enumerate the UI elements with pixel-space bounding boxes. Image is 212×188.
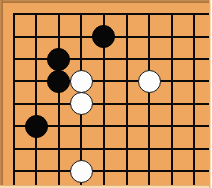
grid-line-vertical — [171, 13, 173, 188]
go-diagram — [0, 0, 211, 188]
grid-line-vertical — [148, 13, 150, 188]
board-frame-top-edge — [0, 0, 211, 3]
black-stone — [47, 70, 70, 93]
white-stone — [70, 92, 93, 115]
black-stone — [25, 115, 48, 138]
grid-line-horizontal — [13, 58, 212, 60]
white-stone — [70, 160, 93, 183]
grid-line-horizontal — [13, 13, 212, 15]
diagram-crop-bottom-edge — [0, 185, 211, 188]
grid-line-horizontal — [13, 103, 212, 105]
grid-line-vertical — [193, 13, 195, 188]
grid-line-horizontal — [13, 80, 212, 82]
grid-line-horizontal — [13, 148, 212, 150]
board-frame-left-edge — [0, 0, 3, 188]
grid-line-vertical — [13, 13, 15, 188]
grid-line-horizontal — [13, 170, 212, 172]
white-stone — [70, 70, 93, 93]
grid-line-vertical — [126, 13, 128, 188]
white-stone — [138, 70, 161, 93]
black-stone — [47, 48, 70, 71]
grid-line-vertical — [35, 13, 37, 188]
grid-line-vertical — [58, 13, 60, 188]
black-stone — [92, 25, 115, 48]
go-board — [0, 0, 211, 188]
diagram-crop-right-edge — [209, 0, 211, 188]
